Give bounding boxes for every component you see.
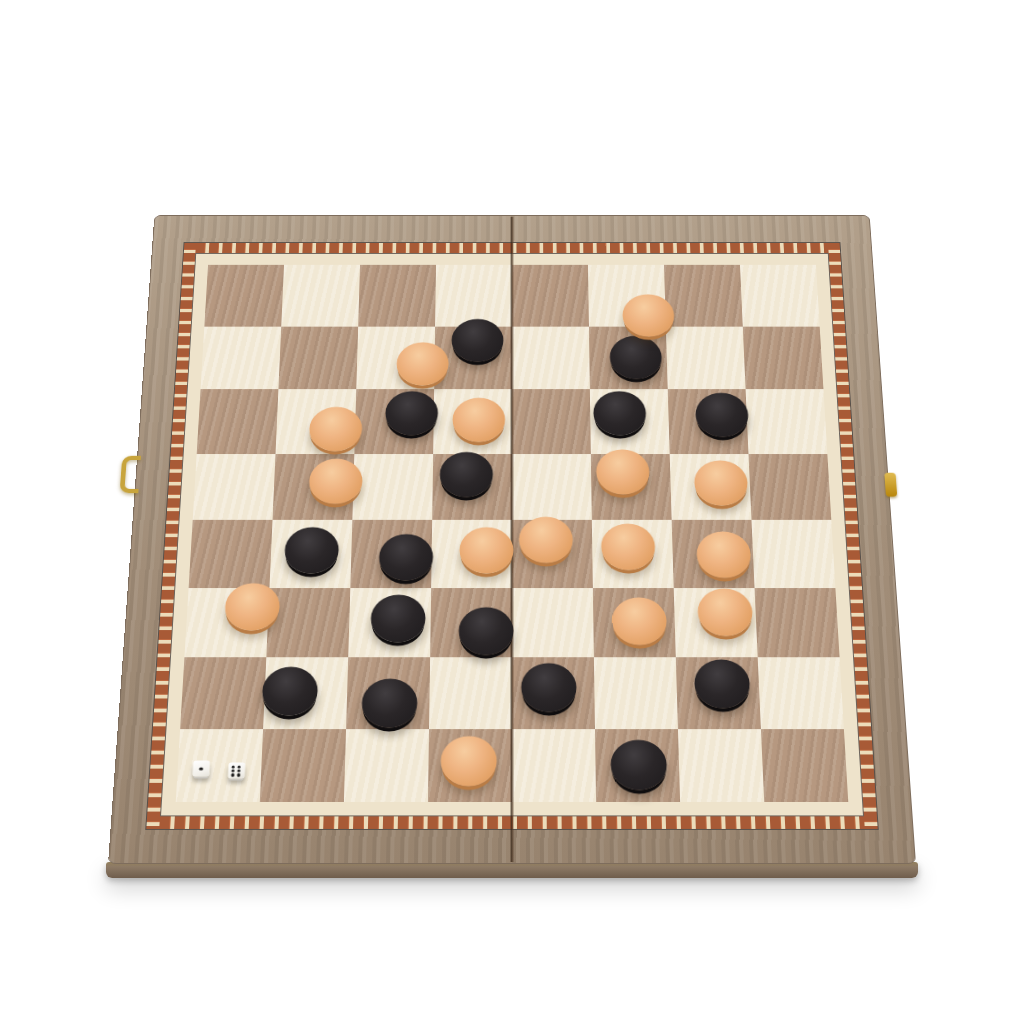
- light-checker-r6c7[interactable]: [697, 588, 753, 635]
- die-pip: [238, 765, 241, 768]
- die-pip: [237, 769, 240, 772]
- square-r3c1[interactable]: [197, 389, 279, 454]
- square-r2c7[interactable]: [666, 326, 746, 389]
- light-checker-r8c4[interactable]: [440, 736, 496, 786]
- die-pip: [199, 767, 203, 770]
- square-r8c8[interactable]: [761, 729, 848, 802]
- square-r8c7[interactable]: [678, 729, 764, 802]
- light-checker-r5c4[interactable]: [459, 527, 513, 573]
- die-pip: [232, 765, 235, 768]
- square-r2c8[interactable]: [743, 326, 824, 389]
- square-r7c4[interactable]: [429, 657, 512, 728]
- square-r2c5[interactable]: [512, 326, 590, 389]
- square-r1c2[interactable]: [281, 265, 360, 326]
- square-r1c4[interactable]: [435, 265, 512, 326]
- die-pip: [231, 769, 234, 772]
- square-r6c2[interactable]: [266, 588, 350, 658]
- black-checker-r2c4[interactable]: [451, 319, 503, 362]
- square-r1c1[interactable]: [204, 265, 284, 326]
- right-clasp-icon[interactable]: [884, 473, 897, 497]
- black-checker-r7c7[interactable]: [693, 660, 750, 709]
- die-pip: [237, 774, 240, 777]
- die-1-showing-1[interactable]: [192, 761, 210, 777]
- square-r1c3[interactable]: [358, 265, 436, 326]
- light-checker-r3c4[interactable]: [453, 398, 506, 442]
- square-r8c3[interactable]: [344, 729, 429, 802]
- black-checker-r2c6[interactable]: [609, 336, 662, 379]
- light-checker-r5c7[interactable]: [696, 532, 752, 578]
- light-checker-r1c6[interactable]: [622, 295, 675, 337]
- mosaic-border: [145, 242, 879, 830]
- light-checker-r6c6[interactable]: [612, 597, 668, 645]
- square-r3c5[interactable]: [512, 389, 591, 454]
- square-r4c1[interactable]: [193, 454, 276, 520]
- stage: [0, 0, 1024, 1024]
- black-checker-r3c7[interactable]: [695, 393, 749, 437]
- light-checker-r5c5[interactable]: [519, 517, 573, 563]
- die-2-showing-6[interactable]: [227, 763, 245, 779]
- square-r1c7[interactable]: [664, 265, 743, 326]
- square-r7c8[interactable]: [758, 657, 844, 728]
- square-r8c2[interactable]: [260, 729, 346, 802]
- square-r1c8[interactable]: [740, 265, 820, 326]
- black-checker-r8c6[interactable]: [610, 740, 667, 790]
- square-r7c1[interactable]: [180, 657, 266, 728]
- square-r5c8[interactable]: [751, 520, 835, 588]
- black-checker-r7c5[interactable]: [521, 663, 577, 712]
- square-r6c5[interactable]: [512, 588, 594, 658]
- light-checker-r4c6[interactable]: [596, 450, 650, 495]
- folding-checkers-board: [108, 215, 916, 864]
- black-checker-r3c6[interactable]: [593, 392, 646, 436]
- square-r3c8[interactable]: [746, 389, 828, 454]
- square-r2c1[interactable]: [201, 326, 282, 389]
- square-r8c5[interactable]: [512, 729, 596, 802]
- left-clasp-icon[interactable]: [120, 456, 141, 493]
- die-pip: [231, 774, 234, 777]
- square-r7c6[interactable]: [594, 657, 678, 728]
- square-r1c5[interactable]: [512, 265, 589, 326]
- square-r4c5[interactable]: [512, 454, 592, 520]
- wood-frame: [109, 216, 915, 863]
- black-checker-r6c4[interactable]: [458, 607, 513, 655]
- square-r4c8[interactable]: [748, 454, 831, 520]
- square-r5c1[interactable]: [189, 520, 273, 588]
- square-r8c1[interactable]: [176, 729, 263, 802]
- box-front-edge: [106, 862, 918, 878]
- inner-margin: [160, 253, 864, 816]
- square-r2c2[interactable]: [278, 326, 358, 389]
- black-checker-r4c4[interactable]: [439, 452, 492, 497]
- light-checker-r4c7[interactable]: [694, 461, 749, 506]
- play-area: [176, 265, 849, 802]
- square-r6c8[interactable]: [755, 588, 840, 658]
- square-r4c3[interactable]: [352, 454, 433, 520]
- light-checker-r5c6[interactable]: [601, 524, 656, 570]
